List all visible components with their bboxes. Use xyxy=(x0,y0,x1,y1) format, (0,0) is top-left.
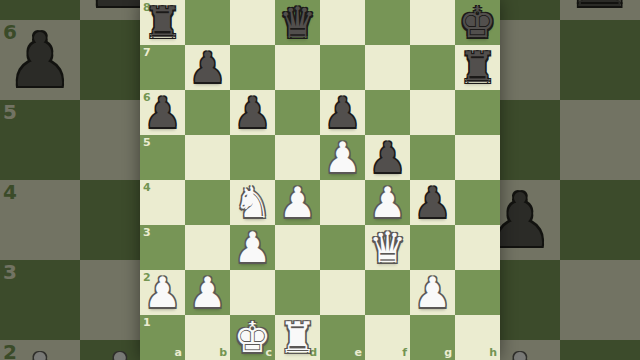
white-king-piece[interactable]: ♚ xyxy=(230,315,275,360)
black-pawn-piece[interactable]: ♟ xyxy=(185,45,230,90)
rank-label-1: 1 xyxy=(143,317,151,328)
square-d4[interactable]: ♟ xyxy=(275,180,320,225)
square-g2[interactable]: ♟ xyxy=(410,270,455,315)
square-a6[interactable]: 6♟ xyxy=(140,90,185,135)
square-b5[interactable] xyxy=(185,135,230,180)
square-h8[interactable]: ♚ xyxy=(455,0,500,45)
video-frame: 8♜♛♚7♟♜6♟♟♟5♟♟4♞♟♟♟3♟♛2♟♟♟1abc♚d♜efgh 8♜… xyxy=(0,0,640,360)
square-e1[interactable]: e xyxy=(320,315,365,360)
square-h1[interactable]: h xyxy=(455,315,500,360)
square-f7[interactable] xyxy=(365,45,410,90)
square-a2[interactable]: 2♟ xyxy=(140,270,185,315)
white-pawn-piece[interactable]: ♟ xyxy=(320,135,365,180)
square-e7[interactable] xyxy=(320,45,365,90)
white-pawn-piece[interactable]: ♟ xyxy=(140,270,185,315)
file-label-b: b xyxy=(219,347,227,358)
square-d7[interactable] xyxy=(275,45,320,90)
black-rook-piece[interactable]: ♜ xyxy=(140,0,185,45)
square-c2[interactable] xyxy=(230,270,275,315)
square-c7[interactable] xyxy=(230,45,275,90)
white-knight-piece[interactable]: ♞ xyxy=(230,180,275,225)
square-e8[interactable] xyxy=(320,0,365,45)
white-rook-piece[interactable]: ♜ xyxy=(275,315,320,360)
square-b7[interactable]: ♟ xyxy=(185,45,230,90)
square-h2[interactable] xyxy=(455,270,500,315)
square-f5[interactable]: ♟ xyxy=(365,135,410,180)
square-e3[interactable] xyxy=(320,225,365,270)
black-pawn-piece[interactable]: ♟ xyxy=(140,90,185,135)
white-queen-piece[interactable]: ♛ xyxy=(365,225,410,270)
square-g3[interactable] xyxy=(410,225,455,270)
black-pawn-piece[interactable]: ♟ xyxy=(230,90,275,135)
square-c8[interactable] xyxy=(230,0,275,45)
square-f1[interactable]: f xyxy=(365,315,410,360)
square-b1[interactable]: b xyxy=(185,315,230,360)
square-f8[interactable] xyxy=(365,0,410,45)
rank-label-7: 7 xyxy=(143,47,151,58)
square-c4[interactable]: ♞ xyxy=(230,180,275,225)
square-h3[interactable] xyxy=(455,225,500,270)
black-queen-piece[interactable]: ♛ xyxy=(275,0,320,45)
square-a3[interactable]: 3 xyxy=(140,225,185,270)
square-d5[interactable] xyxy=(275,135,320,180)
file-label-a: a xyxy=(175,347,182,358)
white-pawn-piece[interactable]: ♟ xyxy=(275,180,320,225)
square-h4[interactable] xyxy=(455,180,500,225)
white-pawn-piece[interactable]: ♟ xyxy=(410,270,455,315)
square-d8[interactable]: ♛ xyxy=(275,0,320,45)
square-f3[interactable]: ♛ xyxy=(365,225,410,270)
square-b6[interactable] xyxy=(185,90,230,135)
square-b2[interactable]: ♟ xyxy=(185,270,230,315)
square-h6[interactable] xyxy=(455,90,500,135)
square-g7[interactable] xyxy=(410,45,455,90)
chess-board[interactable]: 8♜♛♚7♟♜6♟♟♟5♟♟4♞♟♟♟3♟♛2♟♟♟1abc♚d♜efgh xyxy=(140,0,500,360)
rank-label-5: 5 xyxy=(143,137,151,148)
square-g4[interactable]: ♟ xyxy=(410,180,455,225)
square-h5[interactable] xyxy=(455,135,500,180)
square-e4[interactable] xyxy=(320,180,365,225)
black-pawn-piece[interactable]: ♟ xyxy=(365,135,410,180)
square-c1[interactable]: c♚ xyxy=(230,315,275,360)
black-pawn-piece[interactable]: ♟ xyxy=(320,90,365,135)
square-g8[interactable] xyxy=(410,0,455,45)
square-e5[interactable]: ♟ xyxy=(320,135,365,180)
rank-label-3: 3 xyxy=(143,227,151,238)
square-a1[interactable]: 1a xyxy=(140,315,185,360)
square-g5[interactable] xyxy=(410,135,455,180)
square-d6[interactable] xyxy=(275,90,320,135)
file-label-e: e xyxy=(355,347,362,358)
square-a4[interactable]: 4 xyxy=(140,180,185,225)
square-c3[interactable]: ♟ xyxy=(230,225,275,270)
square-f4[interactable]: ♟ xyxy=(365,180,410,225)
file-label-f: f xyxy=(402,347,407,358)
file-label-g: g xyxy=(444,347,452,358)
square-b8[interactable] xyxy=(185,0,230,45)
square-e6[interactable]: ♟ xyxy=(320,90,365,135)
square-b3[interactable] xyxy=(185,225,230,270)
square-a7[interactable]: 7 xyxy=(140,45,185,90)
square-c6[interactable]: ♟ xyxy=(230,90,275,135)
white-pawn-piece[interactable]: ♟ xyxy=(185,270,230,315)
square-c5[interactable] xyxy=(230,135,275,180)
square-h7[interactable]: ♜ xyxy=(455,45,500,90)
square-f6[interactable] xyxy=(365,90,410,135)
black-pawn-piece[interactable]: ♟ xyxy=(410,180,455,225)
square-d2[interactable] xyxy=(275,270,320,315)
square-e2[interactable] xyxy=(320,270,365,315)
white-pawn-piece[interactable]: ♟ xyxy=(230,225,275,270)
square-g6[interactable] xyxy=(410,90,455,135)
square-d1[interactable]: d♜ xyxy=(275,315,320,360)
black-rook-piece[interactable]: ♜ xyxy=(455,45,500,90)
file-label-h: h xyxy=(489,347,497,358)
square-f2[interactable] xyxy=(365,270,410,315)
black-king-piece[interactable]: ♚ xyxy=(455,0,500,45)
square-a5[interactable]: 5 xyxy=(140,135,185,180)
square-g1[interactable]: g xyxy=(410,315,455,360)
square-d3[interactable] xyxy=(275,225,320,270)
rank-label-4: 4 xyxy=(143,182,151,193)
square-b4[interactable] xyxy=(185,180,230,225)
white-pawn-piece[interactable]: ♟ xyxy=(365,180,410,225)
square-a8[interactable]: 8♜ xyxy=(140,0,185,45)
